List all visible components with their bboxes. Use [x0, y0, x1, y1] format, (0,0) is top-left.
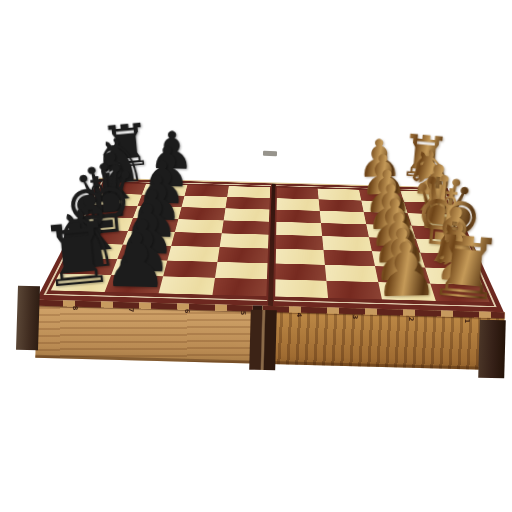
board-right-grid: [275, 187, 490, 302]
square-f1-r5: [117, 245, 171, 261]
square-f4-r4: [276, 235, 324, 250]
square-f6-r5: [372, 251, 425, 267]
piece-white-rook: ♜: [396, 127, 453, 189]
square-f6-r7: [379, 282, 436, 301]
square-f7-r4: [416, 239, 469, 254]
square-f1-r7: [105, 275, 163, 293]
board-left-half: [36, 179, 271, 306]
square-f7-r7: [430, 284, 489, 303]
square-f0-r5: [67, 243, 123, 259]
square-f2-r3: [175, 219, 224, 233]
board-left-grid: [51, 183, 270, 296]
square-f5-r5: [324, 250, 375, 266]
square-f0-r4: [74, 230, 128, 245]
chess-board: [36, 178, 504, 312]
square-f6-r4: [369, 237, 420, 252]
square-f5-r3: [321, 223, 369, 237]
box-end-cap-left: [16, 286, 40, 351]
square-f7-r5: [420, 253, 475, 269]
square-f5-r7: [327, 281, 382, 300]
box-end-cap-center: [249, 310, 277, 371]
square-f3-r3: [221, 220, 268, 234]
square-f2-r5: [167, 246, 219, 262]
board-right-half: [272, 184, 503, 313]
hinge-metal: [263, 151, 277, 156]
square-f4-r7: [275, 279, 329, 298]
square-f1-r4: [123, 231, 175, 246]
square-f6-r6: [375, 266, 430, 283]
square-f2-r7: [158, 276, 214, 294]
square-f0-r6: [59, 258, 117, 275]
piece-white-pawn: ♟: [356, 133, 403, 186]
chess-set-photo: ♜♟♟♜♞♟♟♞♝♟♟♝♛♟♟♛♚♟♟♚♝♟♟♝♞♟♟♞♜♟♟♜ 8765432…: [0, 0, 512, 512]
square-f4-r3: [276, 222, 323, 236]
square-f2-r4: [171, 232, 221, 247]
square-f3-r6: [215, 262, 267, 279]
box-front-left-panel: [35, 300, 252, 364]
square-f1-r6: [111, 259, 167, 276]
box-front-right-panel: [261, 306, 504, 371]
square-f4-r6: [275, 263, 327, 280]
square-f1-r3: [128, 218, 178, 232]
square-f0-r3: [81, 217, 133, 231]
piece-black-rook: ♜: [98, 115, 155, 177]
square-f6-r3: [366, 224, 415, 238]
square-f3-r7: [212, 278, 266, 296]
square-f4-r5: [275, 249, 325, 265]
square-f7-r6: [425, 268, 482, 285]
square-f2-r6: [163, 261, 217, 278]
piece-black-pawn: ♟: [148, 125, 195, 178]
square-f3-r4: [219, 233, 268, 248]
square-f3-r5: [217, 247, 268, 263]
square-f0-r7: [51, 274, 111, 292]
box-end-cap-right: [478, 320, 506, 379]
square-f5-r6: [325, 265, 378, 282]
square-f5-r4: [322, 236, 372, 251]
